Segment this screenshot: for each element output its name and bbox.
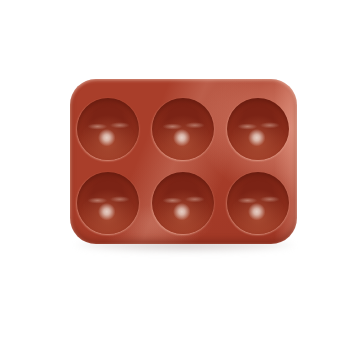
cavity-grid (77, 98, 289, 234)
silicone-mold (70, 79, 297, 244)
mold-cavity (77, 172, 139, 234)
product-photo-scene (0, 0, 350, 350)
mold-cavity (152, 98, 214, 160)
mold-cavity (77, 98, 139, 160)
mold-cavity (152, 172, 214, 234)
mold-cavity (227, 98, 289, 160)
mold-cavity (227, 172, 289, 234)
